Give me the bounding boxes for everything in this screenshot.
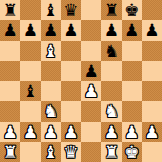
square-d6[interactable] bbox=[61, 41, 81, 61]
white-rook[interactable]: ♜ bbox=[104, 142, 119, 162]
square-g5[interactable] bbox=[122, 61, 142, 81]
black-pawn[interactable]: ♟ bbox=[63, 20, 78, 40]
square-f1[interactable]: ♜ bbox=[101, 142, 121, 162]
square-g8[interactable]: ♚ bbox=[122, 0, 142, 20]
white-pawn[interactable]: ♟ bbox=[124, 122, 139, 142]
black-pawn[interactable]: ♟ bbox=[124, 20, 139, 40]
black-pawn[interactable]: ♟ bbox=[104, 20, 119, 40]
square-a1[interactable]: ♜ bbox=[0, 142, 20, 162]
square-f4[interactable] bbox=[101, 81, 121, 101]
square-c8[interactable]: ♝ bbox=[41, 0, 61, 20]
square-d1[interactable]: ♛ bbox=[61, 142, 81, 162]
square-e6[interactable] bbox=[81, 41, 101, 61]
white-pawn[interactable]: ♟ bbox=[23, 122, 38, 142]
square-c7[interactable]: ♟ bbox=[41, 20, 61, 40]
square-e4[interactable]: ♟ bbox=[81, 81, 101, 101]
white-pawn[interactable]: ♟ bbox=[84, 81, 99, 101]
square-h6[interactable] bbox=[142, 41, 162, 61]
square-b6[interactable] bbox=[20, 41, 40, 61]
square-d2[interactable]: ♟ bbox=[61, 122, 81, 142]
square-g3[interactable] bbox=[122, 101, 142, 121]
square-b5[interactable] bbox=[20, 61, 40, 81]
black-rook[interactable]: ♜ bbox=[3, 0, 18, 20]
square-h3[interactable] bbox=[142, 101, 162, 121]
white-rook[interactable]: ♜ bbox=[3, 142, 18, 162]
black-pawn[interactable]: ♟ bbox=[23, 20, 38, 40]
black-rook[interactable]: ♜ bbox=[104, 0, 119, 20]
square-d5[interactable] bbox=[61, 61, 81, 81]
square-c3[interactable]: ♞ bbox=[41, 101, 61, 121]
square-f6[interactable]: ♞ bbox=[101, 41, 121, 61]
square-h7[interactable]: ♟ bbox=[142, 20, 162, 40]
square-h5[interactable] bbox=[142, 61, 162, 81]
white-bishop[interactable]: ♝ bbox=[43, 41, 58, 61]
square-g6[interactable] bbox=[122, 41, 142, 61]
white-pawn[interactable]: ♟ bbox=[63, 122, 78, 142]
black-king[interactable]: ♚ bbox=[124, 0, 139, 20]
black-queen[interactable]: ♛ bbox=[63, 0, 78, 20]
square-f2[interactable]: ♟ bbox=[101, 122, 121, 142]
square-e3[interactable] bbox=[81, 101, 101, 121]
black-bishop[interactable]: ♝ bbox=[43, 0, 58, 20]
white-bishop[interactable]: ♝ bbox=[43, 142, 58, 162]
black-knight[interactable]: ♞ bbox=[104, 41, 119, 61]
square-g4[interactable] bbox=[122, 81, 142, 101]
square-d7[interactable]: ♟ bbox=[61, 20, 81, 40]
square-d3[interactable] bbox=[61, 101, 81, 121]
square-h8[interactable] bbox=[142, 0, 162, 20]
square-f8[interactable]: ♜ bbox=[101, 0, 121, 20]
black-pawn[interactable]: ♟ bbox=[144, 20, 159, 40]
square-f3[interactable]: ♞ bbox=[101, 101, 121, 121]
square-g2[interactable]: ♟ bbox=[122, 122, 142, 142]
square-b3[interactable] bbox=[20, 101, 40, 121]
white-pawn[interactable]: ♟ bbox=[144, 122, 159, 142]
square-a8[interactable]: ♜ bbox=[0, 0, 20, 20]
white-king[interactable]: ♚ bbox=[124, 142, 139, 162]
square-d4[interactable] bbox=[61, 81, 81, 101]
square-a7[interactable]: ♟ bbox=[0, 20, 20, 40]
square-e7[interactable] bbox=[81, 20, 101, 40]
square-b2[interactable]: ♟ bbox=[20, 122, 40, 142]
white-queen[interactable]: ♛ bbox=[63, 142, 78, 162]
square-f7[interactable]: ♟ bbox=[101, 20, 121, 40]
chess-board: ♜♝♛♜♚♟♟♟♟♟♟♟♝♞♟♝♟♞♞♟♟♟♟♟♟♟♜♝♛♜♚ bbox=[0, 0, 162, 162]
square-a2[interactable]: ♟ bbox=[0, 122, 20, 142]
square-d8[interactable]: ♛ bbox=[61, 0, 81, 20]
white-pawn[interactable]: ♟ bbox=[3, 122, 18, 142]
black-pawn[interactable]: ♟ bbox=[43, 20, 58, 40]
square-h1[interactable] bbox=[142, 142, 162, 162]
square-e2[interactable] bbox=[81, 122, 101, 142]
square-g1[interactable]: ♚ bbox=[122, 142, 142, 162]
square-b8[interactable] bbox=[20, 0, 40, 20]
white-pawn[interactable]: ♟ bbox=[104, 122, 119, 142]
square-a5[interactable] bbox=[0, 61, 20, 81]
square-a3[interactable] bbox=[0, 101, 20, 121]
square-b1[interactable] bbox=[20, 142, 40, 162]
square-a6[interactable] bbox=[0, 41, 20, 61]
square-h4[interactable] bbox=[142, 81, 162, 101]
square-h2[interactable]: ♟ bbox=[142, 122, 162, 142]
square-e5[interactable]: ♟ bbox=[81, 61, 101, 81]
square-e1[interactable] bbox=[81, 142, 101, 162]
square-a4[interactable] bbox=[0, 81, 20, 101]
square-g7[interactable]: ♟ bbox=[122, 20, 142, 40]
black-pawn[interactable]: ♟ bbox=[84, 61, 99, 81]
square-c2[interactable]: ♟ bbox=[41, 122, 61, 142]
white-knight[interactable]: ♞ bbox=[104, 101, 119, 121]
square-c4[interactable] bbox=[41, 81, 61, 101]
square-c5[interactable] bbox=[41, 61, 61, 81]
square-f5[interactable] bbox=[101, 61, 121, 81]
square-b7[interactable]: ♟ bbox=[20, 20, 40, 40]
white-knight[interactable]: ♞ bbox=[43, 101, 58, 121]
square-e8[interactable] bbox=[81, 0, 101, 20]
black-pawn[interactable]: ♟ bbox=[3, 20, 18, 40]
white-pawn[interactable]: ♟ bbox=[43, 122, 58, 142]
square-c1[interactable]: ♝ bbox=[41, 142, 61, 162]
square-c6[interactable]: ♝ bbox=[41, 41, 61, 61]
black-bishop[interactable]: ♝ bbox=[23, 81, 38, 101]
square-b4[interactable]: ♝ bbox=[20, 81, 40, 101]
